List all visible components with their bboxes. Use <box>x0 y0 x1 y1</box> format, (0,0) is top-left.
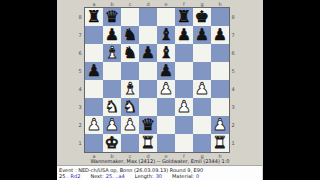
square-h7[interactable]: ♟ <box>211 26 229 44</box>
board-panel: abcdefgh abcdefgh 87654321 87654321 ♜♛♜♚… <box>57 0 263 180</box>
square-f7[interactable]: ♟ <box>175 26 193 44</box>
status-token-label: Length: <box>135 173 154 179</box>
square-d5[interactable] <box>139 62 157 80</box>
square-c4[interactable]: ♝ <box>121 80 139 98</box>
rank-labels-left: 87654321 <box>77 8 83 152</box>
status-token-0: 25 .Rd2 <box>59 173 80 179</box>
coord-label: 5 <box>77 62 83 80</box>
piece-bn-c7: ♞ <box>123 26 137 44</box>
coord-label: 6 <box>77 44 83 62</box>
square-f2[interactable] <box>175 116 193 134</box>
piece-bp-g7: ♟ <box>195 26 209 44</box>
square-c2[interactable]: ♟ <box>121 116 139 134</box>
square-g5[interactable] <box>193 62 211 80</box>
square-a5[interactable]: ♟ <box>85 62 103 80</box>
square-e4[interactable]: ♟ <box>157 80 175 98</box>
piece-bb-e6: ♝ <box>159 44 173 62</box>
coord-label: 7 <box>77 26 83 44</box>
square-d8[interactable] <box>139 8 157 26</box>
square-a4[interactable] <box>85 80 103 98</box>
square-c3[interactable]: ♞ <box>121 98 139 116</box>
status-token-label: Material: <box>172 173 194 179</box>
square-b4[interactable] <box>103 80 121 98</box>
coord-label: 4 <box>77 80 83 98</box>
square-a8[interactable]: ♜ <box>85 8 103 26</box>
square-h2[interactable]: ♟ <box>211 116 229 134</box>
square-d2[interactable]: ♛ <box>139 116 157 134</box>
piece-wp-e4: ♟ <box>159 80 173 98</box>
square-c8[interactable] <box>121 8 139 26</box>
square-e2[interactable] <box>157 116 175 134</box>
piece-br-f8: ♜ <box>177 8 191 26</box>
square-e6[interactable]: ♝ <box>157 44 175 62</box>
piece-wp-h2: ♟ <box>213 116 227 134</box>
status-token-value: Rd2 <box>71 173 81 179</box>
square-e5[interactable]: ♟ <box>157 62 175 80</box>
coord-label: 2 <box>77 116 83 134</box>
square-d6[interactable]: ♟ <box>139 44 157 62</box>
piece-wb-b6: ♝ <box>105 44 119 62</box>
piece-wb-c4: ♝ <box>123 80 137 98</box>
piece-bq-d2: ♛ <box>141 116 155 134</box>
square-a3[interactable] <box>85 98 103 116</box>
square-d1[interactable]: ♜ <box>139 134 157 152</box>
piece-bp-a5: ♟ <box>87 62 101 80</box>
square-h4[interactable] <box>211 80 229 98</box>
status-token-value: 0 <box>196 173 199 179</box>
square-e3[interactable] <box>157 98 175 116</box>
piece-bn-c6: ♞ <box>123 44 137 62</box>
status-token-3: Material:0 <box>172 173 199 179</box>
coord-label: 8 <box>230 8 236 26</box>
square-a6[interactable] <box>85 44 103 62</box>
piece-bp-b7: ♟ <box>105 26 119 44</box>
players-caption: Wannemaker, Max (2412) -- Goldwater, Emi… <box>57 158 263 164</box>
square-g4[interactable]: ♟ <box>193 80 211 98</box>
status-token-label: Next: <box>90 173 103 179</box>
piece-bp-e5: ♟ <box>159 62 173 80</box>
piece-bp-h7: ♟ <box>213 26 227 44</box>
square-e7[interactable]: ♝ <box>157 26 175 44</box>
piece-bb-e7: ♝ <box>159 26 173 44</box>
piece-wr-d1: ♜ <box>141 134 155 152</box>
square-h3[interactable] <box>211 98 229 116</box>
square-b5[interactable] <box>103 62 121 80</box>
piece-br-a8: ♜ <box>87 8 101 26</box>
piece-wp-g4: ♟ <box>195 80 209 98</box>
piece-wp-a2: ♟ <box>87 116 101 134</box>
square-b7[interactable]: ♟ <box>103 26 121 44</box>
square-h8[interactable] <box>211 8 229 26</box>
square-g8[interactable]: ♚ <box>193 8 211 26</box>
piece-wp-b2: ♟ <box>105 116 119 134</box>
status-token-2: Length:30 <box>135 173 162 179</box>
status-token-value: 25. ..a4 <box>106 173 125 179</box>
square-g6[interactable] <box>193 44 211 62</box>
piece-wr-h1: ♜ <box>213 134 227 152</box>
coord-label: 1 <box>230 134 236 152</box>
square-a1[interactable] <box>85 134 103 152</box>
square-g1[interactable] <box>193 134 211 152</box>
square-h1[interactable]: ♜ <box>211 134 229 152</box>
coord-label: 1 <box>77 134 83 152</box>
game-info-box: Event : NED-ch/USA op, Bonn (26.03.09.13… <box>57 165 262 180</box>
rank-labels-right: 87654321 <box>230 8 236 152</box>
square-h6[interactable] <box>211 44 229 62</box>
square-e8[interactable] <box>157 8 175 26</box>
piece-bq-b8: ♛ <box>105 8 119 26</box>
status-line: 25 .Rd2Next:25. ..a4Length:30Material:0 <box>59 173 209 179</box>
status-token-label: 25 . <box>59 173 69 179</box>
square-a7[interactable] <box>85 26 103 44</box>
coord-label: 5 <box>230 62 236 80</box>
square-h5[interactable] <box>211 62 229 80</box>
square-d3[interactable] <box>139 98 157 116</box>
piece-bk-g8: ♚ <box>195 8 209 26</box>
square-c5[interactable] <box>121 62 139 80</box>
square-d7[interactable] <box>139 26 157 44</box>
coord-label: 4 <box>230 80 236 98</box>
piece-wp-c2: ♟ <box>123 116 137 134</box>
piece-bp-f7: ♟ <box>177 26 191 44</box>
coord-label: 8 <box>77 8 83 26</box>
square-f6[interactable] <box>175 44 193 62</box>
square-f4[interactable] <box>175 80 193 98</box>
piece-wn-c3: ♞ <box>123 98 137 116</box>
square-c7[interactable]: ♞ <box>121 26 139 44</box>
coord-label: 7 <box>230 26 236 44</box>
status-token-value: 30 <box>156 173 162 179</box>
square-g2[interactable] <box>193 116 211 134</box>
square-f8[interactable]: ♜ <box>175 8 193 26</box>
square-b6[interactable]: ♝ <box>103 44 121 62</box>
video-frame: abcdefgh abcdefgh 87654321 87654321 ♜♛♜♚… <box>0 0 320 180</box>
status-token-1: Next:25. ..a4 <box>90 173 124 179</box>
square-g3[interactable] <box>193 98 211 116</box>
square-f3[interactable]: ♟ <box>175 98 193 116</box>
square-c1[interactable] <box>121 134 139 152</box>
square-f5[interactable] <box>175 62 193 80</box>
square-d4[interactable] <box>139 80 157 98</box>
square-b3[interactable]: ♞ <box>103 98 121 116</box>
square-b2[interactable]: ♟ <box>103 116 121 134</box>
coord-label: 2 <box>230 116 236 134</box>
coord-label: 6 <box>230 44 236 62</box>
piece-bp-d6: ♟ <box>141 44 155 62</box>
piece-wk-b1: ♚ <box>105 134 119 152</box>
square-c6[interactable]: ♞ <box>121 44 139 62</box>
piece-wp-f3: ♟ <box>177 98 191 116</box>
square-f1[interactable] <box>175 134 193 152</box>
square-e1[interactable] <box>157 134 175 152</box>
chess-board: ♜♛♜♚♟♞♝♟♟♟♝♞♟♝♟♟♝♟♟♞♞♟♟♟♟♛♟♚♜♜ <box>84 7 230 153</box>
square-g7[interactable]: ♟ <box>193 26 211 44</box>
square-b8[interactable]: ♛ <box>103 8 121 26</box>
square-a2[interactable]: ♟ <box>85 116 103 134</box>
square-b1[interactable]: ♚ <box>103 134 121 152</box>
coord-label: 3 <box>77 98 83 116</box>
coord-label: 3 <box>230 98 236 116</box>
piece-wn-b3: ♞ <box>105 98 119 116</box>
